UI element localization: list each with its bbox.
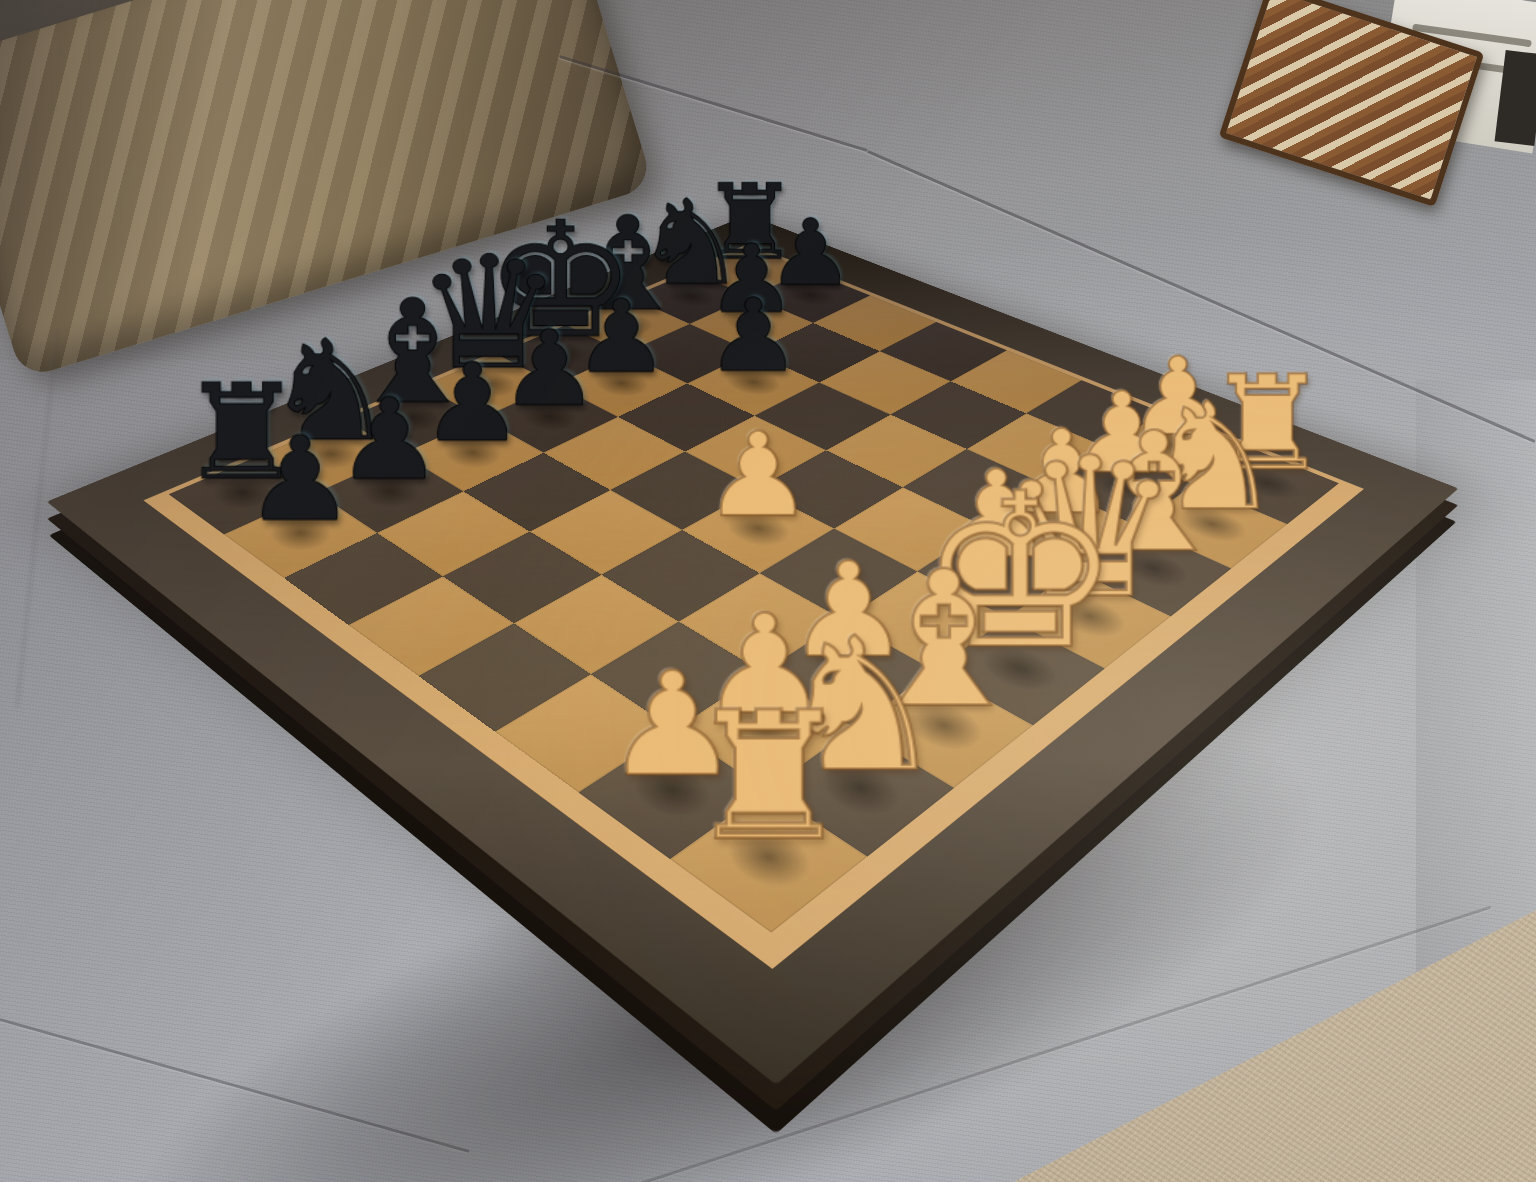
pawn-icon: ♟ <box>705 286 801 387</box>
pawn-icon: ♟ <box>244 422 355 539</box>
rook-icon: ♜ <box>684 689 853 866</box>
living-room-scene: ♜♟♟♜♞♟♟♞♝♟♟♝♚♟♟♛♛♟♟♚♝♟♟♝♞♟♟♞♜♟♟♜ <box>0 0 1536 1182</box>
pawn-icon: ♟ <box>703 418 814 534</box>
couch-right-cushion <box>1416 380 1536 1000</box>
